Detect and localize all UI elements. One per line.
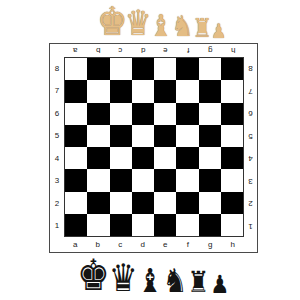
square-c6[interactable] <box>110 103 132 125</box>
white-pieces-tray: ♚♛♝♞♜♟ <box>0 0 300 43</box>
square-b7[interactable] <box>87 80 109 102</box>
square-g6[interactable] <box>199 103 221 125</box>
rank-label: 7 <box>50 80 64 103</box>
rank-label: h <box>222 44 245 57</box>
rank-label: 5 <box>50 125 64 148</box>
square-a1[interactable] <box>65 214 87 236</box>
square-g3[interactable] <box>199 169 221 191</box>
rank-label: 3 <box>244 170 257 193</box>
white-bishop[interactable]: ♝ <box>149 11 165 41</box>
rank-label: 5 <box>244 125 257 148</box>
chess-board: abcdefgh 87654321 87654321 abcdefgh <box>49 43 258 253</box>
rank-label: 6 <box>50 102 64 125</box>
rank-label: b <box>87 44 110 57</box>
square-f4[interactable] <box>176 147 198 169</box>
black-pawn[interactable]: ♟ <box>210 272 224 297</box>
square-e5[interactable] <box>154 125 176 147</box>
square-e8[interactable] <box>154 58 176 80</box>
black-king[interactable]: ♚ <box>77 254 100 297</box>
square-g4[interactable] <box>199 147 221 169</box>
rank-label: g <box>199 237 222 252</box>
rank-label: f <box>177 44 200 57</box>
square-a4[interactable] <box>65 147 87 169</box>
rank-label: f <box>177 237 200 252</box>
rank-label: 2 <box>244 192 257 215</box>
square-e6[interactable] <box>154 103 176 125</box>
square-a6[interactable] <box>65 103 87 125</box>
square-d6[interactable] <box>132 103 154 125</box>
square-f5[interactable] <box>176 125 198 147</box>
black-pieces-tray: ♚♛♝♞♜♟ <box>0 253 300 300</box>
square-d4[interactable] <box>132 147 154 169</box>
board-grid <box>64 57 244 237</box>
square-h5[interactable] <box>221 125 243 147</box>
black-queen[interactable]: ♛ <box>109 259 129 297</box>
rank-label: c <box>109 237 132 252</box>
white-queen[interactable]: ♛ <box>124 6 143 41</box>
rank-label: 1 <box>244 215 257 238</box>
white-king[interactable]: ♚ <box>96 1 117 41</box>
square-c2[interactable] <box>110 192 132 214</box>
black-bishop[interactable]: ♝ <box>138 264 155 297</box>
rank-label: 8 <box>244 57 257 80</box>
square-f8[interactable] <box>176 58 198 80</box>
white-knight[interactable]: ♞ <box>171 12 186 41</box>
square-b3[interactable] <box>87 169 109 191</box>
square-e7[interactable] <box>154 80 176 102</box>
square-c1[interactable] <box>110 214 132 236</box>
square-b4[interactable] <box>87 147 109 169</box>
square-e4[interactable] <box>154 147 176 169</box>
square-f2[interactable] <box>176 192 198 214</box>
square-a7[interactable] <box>65 80 87 102</box>
square-a5[interactable] <box>65 125 87 147</box>
file-labels-top: abcdefgh <box>64 44 244 57</box>
white-rook[interactable]: ♜ <box>192 15 206 41</box>
square-d5[interactable] <box>132 125 154 147</box>
white-pawn[interactable]: ♟ <box>210 21 220 41</box>
square-g8[interactable] <box>199 58 221 80</box>
square-g1[interactable] <box>199 214 221 236</box>
square-h7[interactable] <box>221 80 243 102</box>
rank-label: c <box>109 44 132 57</box>
rank-label: h <box>222 237 245 252</box>
rank-label: 4 <box>50 147 64 170</box>
rank-label: 7 <box>244 80 257 103</box>
square-b6[interactable] <box>87 103 109 125</box>
square-e3[interactable] <box>154 169 176 191</box>
rank-label: e <box>154 237 177 252</box>
rank-label: e <box>154 44 177 57</box>
square-c3[interactable] <box>110 169 132 191</box>
square-h4[interactable] <box>221 147 243 169</box>
square-b1[interactable] <box>87 214 109 236</box>
square-a2[interactable] <box>65 192 87 214</box>
square-a8[interactable] <box>65 58 87 80</box>
square-d1[interactable] <box>132 214 154 236</box>
rank-label: 6 <box>244 102 257 125</box>
square-b2[interactable] <box>87 192 109 214</box>
rank-labels-left: 87654321 <box>50 57 64 237</box>
square-d2[interactable] <box>132 192 154 214</box>
square-b5[interactable] <box>87 125 109 147</box>
square-a3[interactable] <box>65 169 87 191</box>
square-h8[interactable] <box>221 58 243 80</box>
rank-label: 1 <box>50 215 64 238</box>
square-f6[interactable] <box>176 103 198 125</box>
rank-label: d <box>132 44 155 57</box>
rank-label: d <box>132 237 155 252</box>
square-f3[interactable] <box>176 169 198 191</box>
rank-label: 3 <box>50 170 64 193</box>
square-e2[interactable] <box>154 192 176 214</box>
square-f1[interactable] <box>176 214 198 236</box>
black-rook[interactable]: ♜ <box>187 268 202 297</box>
black-knight[interactable]: ♞ <box>163 264 180 297</box>
square-c7[interactable] <box>110 80 132 102</box>
square-h2[interactable] <box>221 192 243 214</box>
square-c8[interactable] <box>110 58 132 80</box>
rank-label: 2 <box>50 192 64 215</box>
square-d7[interactable] <box>132 80 154 102</box>
square-e1[interactable] <box>154 214 176 236</box>
square-g5[interactable] <box>199 125 221 147</box>
square-c4[interactable] <box>110 147 132 169</box>
square-h3[interactable] <box>221 169 243 191</box>
square-h6[interactable] <box>221 103 243 125</box>
rank-label: 4 <box>244 147 257 170</box>
square-c5[interactable] <box>110 125 132 147</box>
square-d3[interactable] <box>132 169 154 191</box>
square-h1[interactable] <box>221 214 243 236</box>
square-g2[interactable] <box>199 192 221 214</box>
square-d8[interactable] <box>132 58 154 80</box>
square-f7[interactable] <box>176 80 198 102</box>
chess-set-photo: ♚♛♝♞♜♟ abcdefgh 87654321 87654321 abcdef… <box>0 0 300 300</box>
square-g7[interactable] <box>199 80 221 102</box>
rank-label: 8 <box>50 57 64 80</box>
rank-label: a <box>64 44 87 57</box>
square-b8[interactable] <box>87 58 109 80</box>
rank-label: g <box>199 44 222 57</box>
rank-labels-right: 87654321 <box>244 57 257 237</box>
